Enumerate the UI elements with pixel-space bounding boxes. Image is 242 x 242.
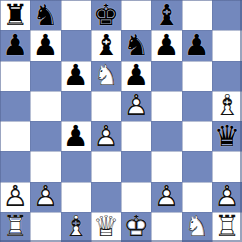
- square-e6[interactable]: ♟: [121, 61, 151, 91]
- square-d4[interactable]: ♟♙: [91, 121, 121, 151]
- square-c2[interactable]: [61, 182, 91, 212]
- square-a2[interactable]: ♟♙: [0, 182, 30, 212]
- piece-white-king[interactable]: ♚♔: [121, 212, 151, 242]
- pawn-outline-glyph: ♙: [91, 121, 121, 151]
- square-d7[interactable]: ♝: [91, 30, 121, 60]
- square-b1[interactable]: [30, 212, 60, 242]
- square-e4[interactable]: [121, 121, 151, 151]
- square-f4[interactable]: [151, 121, 181, 151]
- square-f8[interactable]: ♝: [151, 0, 181, 30]
- square-h6[interactable]: [212, 61, 242, 91]
- square-h1[interactable]: ♜♖: [212, 212, 242, 242]
- queen-solid-glyph: ♛: [212, 121, 242, 151]
- pawn-solid-glyph: ♟: [30, 30, 60, 60]
- square-g2[interactable]: [182, 182, 212, 212]
- square-f1[interactable]: [151, 212, 181, 242]
- square-g5[interactable]: [182, 91, 212, 121]
- piece-white-pawn[interactable]: ♟♙: [212, 182, 242, 212]
- square-h3[interactable]: [212, 151, 242, 181]
- pawn-solid-glyph: ♟: [61, 61, 91, 91]
- square-b4[interactable]: [30, 121, 60, 151]
- pawn-outline-glyph: ♙: [151, 182, 181, 212]
- square-g8[interactable]: [182, 0, 212, 30]
- bishop-solid-glyph: ♝: [151, 0, 181, 30]
- square-e2[interactable]: [121, 182, 151, 212]
- square-g6[interactable]: [182, 61, 212, 91]
- square-h8[interactable]: [212, 0, 242, 30]
- piece-white-rook[interactable]: ♜♖: [212, 212, 242, 242]
- square-a7[interactable]: ♟: [0, 30, 30, 60]
- pawn-outline-glyph: ♙: [212, 182, 242, 212]
- square-f5[interactable]: [151, 91, 181, 121]
- square-d6[interactable]: ♞♘: [91, 61, 121, 91]
- square-c7[interactable]: [61, 30, 91, 60]
- square-g4[interactable]: [182, 121, 212, 151]
- piece-white-bishop[interactable]: ♝♗: [212, 91, 242, 121]
- square-b6[interactable]: [30, 61, 60, 91]
- square-h5[interactable]: ♝♗: [212, 91, 242, 121]
- pawn-outline-glyph: ♙: [0, 182, 30, 212]
- square-a8[interactable]: ♜: [0, 0, 30, 30]
- square-h4[interactable]: ♛: [212, 121, 242, 151]
- piece-black-pawn[interactable]: ♟: [61, 121, 91, 151]
- piece-black-king[interactable]: ♚: [91, 0, 121, 30]
- pawn-outline-glyph: ♙: [30, 182, 60, 212]
- knight-outline-glyph: ♘: [91, 61, 121, 91]
- piece-white-knight[interactable]: ♞♘: [182, 212, 212, 242]
- square-c8[interactable]: [61, 0, 91, 30]
- pawn-solid-glyph: ♟: [61, 121, 91, 151]
- piece-black-pawn[interactable]: ♟: [61, 61, 91, 91]
- piece-white-knight[interactable]: ♞♘: [91, 61, 121, 91]
- piece-black-bishop[interactable]: ♝: [151, 0, 181, 30]
- square-e7[interactable]: ♞: [121, 30, 151, 60]
- rook-outline-glyph: ♖: [0, 212, 30, 242]
- square-c3[interactable]: [61, 151, 91, 181]
- square-f2[interactable]: ♟♙: [151, 182, 181, 212]
- square-h2[interactable]: ♟♙: [212, 182, 242, 212]
- pawn-solid-glyph: ♟: [151, 30, 181, 60]
- king-outline-glyph: ♔: [121, 212, 151, 242]
- piece-white-pawn[interactable]: ♟♙: [30, 182, 60, 212]
- square-e5[interactable]: ♟♙: [121, 91, 151, 121]
- square-a3[interactable]: [0, 151, 30, 181]
- queen-outline-glyph: ♕: [91, 212, 121, 242]
- piece-black-knight[interactable]: ♞: [30, 0, 60, 30]
- piece-white-rook[interactable]: ♜♖: [0, 212, 30, 242]
- piece-white-pawn[interactable]: ♟♙: [0, 182, 30, 212]
- knight-solid-glyph: ♞: [30, 0, 60, 30]
- square-a6[interactable]: [0, 61, 30, 91]
- square-d5[interactable]: [91, 91, 121, 121]
- piece-black-pawn[interactable]: ♟: [0, 30, 30, 60]
- square-d1[interactable]: ♛♕: [91, 212, 121, 242]
- square-c1[interactable]: ♝♗: [61, 212, 91, 242]
- square-f7[interactable]: ♟: [151, 30, 181, 60]
- square-d8[interactable]: ♚: [91, 0, 121, 30]
- chess-board: ♜♞♚♝♟♟♝♞♟♟♟♞♘♟♟♙♝♗♟♟♙♛♟♙♟♙♟♙♟♙♜♖♝♗♛♕♚♔♞♘…: [0, 0, 242, 242]
- piece-white-bishop[interactable]: ♝♗: [61, 212, 91, 242]
- square-b2[interactable]: ♟♙: [30, 182, 60, 212]
- piece-white-queen[interactable]: ♛♕: [91, 212, 121, 242]
- square-e3[interactable]: [121, 151, 151, 181]
- square-e8[interactable]: [121, 0, 151, 30]
- square-d3[interactable]: [91, 151, 121, 181]
- square-a1[interactable]: ♜♖: [0, 212, 30, 242]
- piece-black-pawn[interactable]: ♟: [30, 30, 60, 60]
- square-b7[interactable]: ♟: [30, 30, 60, 60]
- square-f3[interactable]: [151, 151, 181, 181]
- square-b5[interactable]: [30, 91, 60, 121]
- square-b3[interactable]: [30, 151, 60, 181]
- square-g7[interactable]: ♟: [182, 30, 212, 60]
- square-a4[interactable]: [0, 121, 30, 151]
- piece-black-bishop[interactable]: ♝: [91, 30, 121, 60]
- pawn-outline-glyph: ♙: [121, 91, 151, 121]
- piece-black-knight[interactable]: ♞: [121, 30, 151, 60]
- square-e1[interactable]: ♚♔: [121, 212, 151, 242]
- square-c6[interactable]: ♟: [61, 61, 91, 91]
- pawn-solid-glyph: ♟: [121, 61, 151, 91]
- piece-black-pawn[interactable]: ♟: [151, 30, 181, 60]
- knight-solid-glyph: ♞: [121, 30, 151, 60]
- piece-black-queen[interactable]: ♛: [212, 121, 242, 151]
- piece-black-pawn[interactable]: ♟: [121, 61, 151, 91]
- piece-white-pawn[interactable]: ♟♙: [151, 182, 181, 212]
- square-f6[interactable]: [151, 61, 181, 91]
- square-c4[interactable]: ♟: [61, 121, 91, 151]
- rook-outline-glyph: ♖: [212, 212, 242, 242]
- square-d2[interactable]: [91, 182, 121, 212]
- piece-black-pawn[interactable]: ♟: [182, 30, 212, 60]
- square-a5[interactable]: [0, 91, 30, 121]
- square-c5[interactable]: [61, 91, 91, 121]
- piece-white-pawn[interactable]: ♟♙: [91, 121, 121, 151]
- bishop-solid-glyph: ♝: [91, 30, 121, 60]
- piece-black-rook[interactable]: ♜: [0, 0, 30, 30]
- rook-solid-glyph: ♜: [0, 0, 30, 30]
- square-h7[interactable]: [212, 30, 242, 60]
- pawn-solid-glyph: ♟: [182, 30, 212, 60]
- pawn-solid-glyph: ♟: [0, 30, 30, 60]
- square-g3[interactable]: [182, 151, 212, 181]
- piece-white-pawn[interactable]: ♟♙: [121, 91, 151, 121]
- bishop-outline-glyph: ♗: [61, 212, 91, 242]
- square-g1[interactable]: ♞♘: [182, 212, 212, 242]
- bishop-outline-glyph: ♗: [212, 91, 242, 121]
- king-solid-glyph: ♚: [91, 0, 121, 30]
- knight-outline-glyph: ♘: [182, 212, 212, 242]
- square-b8[interactable]: ♞: [30, 0, 60, 30]
